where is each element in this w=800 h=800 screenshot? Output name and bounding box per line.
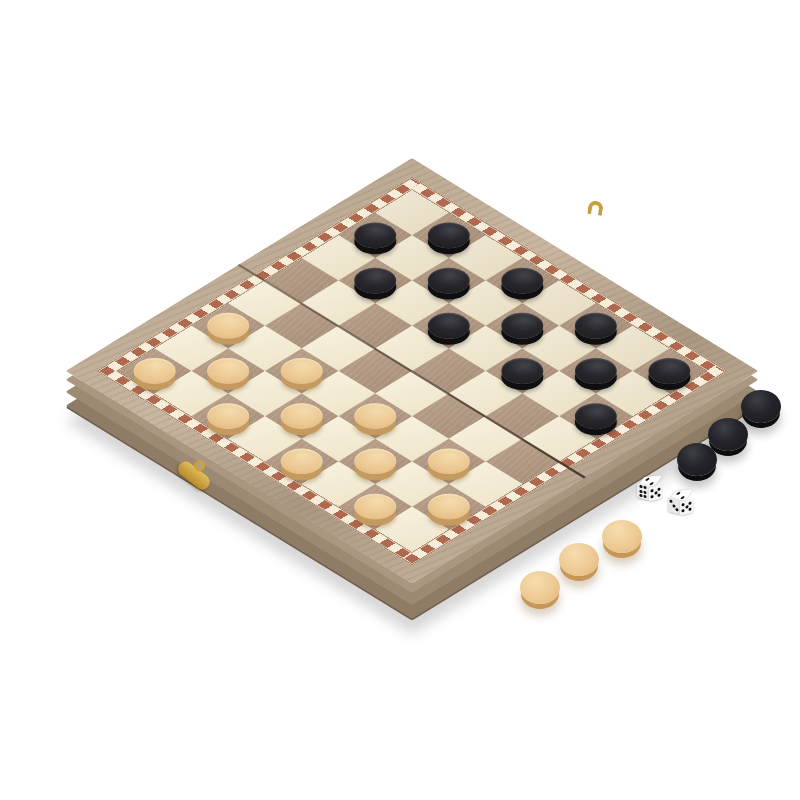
die-pip <box>639 493 642 497</box>
die-face-5 <box>680 499 693 516</box>
die-pip <box>669 499 672 503</box>
product-photo-scene <box>0 0 800 800</box>
die-pip <box>657 494 660 498</box>
board-grid <box>118 190 706 552</box>
die-face-5 <box>649 485 662 502</box>
wood-spare-checker[interactable] <box>559 543 599 576</box>
die-pip <box>657 487 660 491</box>
brass-latch-eye-icon <box>587 200 604 216</box>
die-pip <box>639 489 642 493</box>
die[interactable] <box>668 490 695 517</box>
die-pip <box>676 508 679 512</box>
wood-spare-checker[interactable] <box>520 571 560 604</box>
die-pip <box>644 478 649 481</box>
black-spare-checker[interactable] <box>741 390 781 423</box>
die-pip <box>644 494 647 498</box>
die-pip <box>639 485 642 489</box>
die-face-3 <box>668 497 680 515</box>
black-spare-checker[interactable] <box>708 418 748 451</box>
brass-clasp-icon <box>175 459 213 493</box>
black-spare-checker[interactable] <box>677 443 717 476</box>
die-pip <box>649 482 654 485</box>
die[interactable] <box>637 476 664 503</box>
wood-spare-checker[interactable] <box>602 520 642 553</box>
board-wooden-frame <box>66 158 759 584</box>
die-pip <box>644 486 647 490</box>
decorative-check-border <box>97 177 728 565</box>
die-pip <box>651 495 654 499</box>
die-pip <box>675 492 680 495</box>
die-pip <box>673 504 676 508</box>
die-pip <box>680 496 685 499</box>
checkers-board <box>66 158 759 584</box>
die-pip <box>644 490 647 494</box>
die-pip <box>688 501 691 505</box>
die-pip <box>682 509 685 513</box>
die-pip <box>688 508 691 512</box>
die-face-6 <box>637 483 649 501</box>
